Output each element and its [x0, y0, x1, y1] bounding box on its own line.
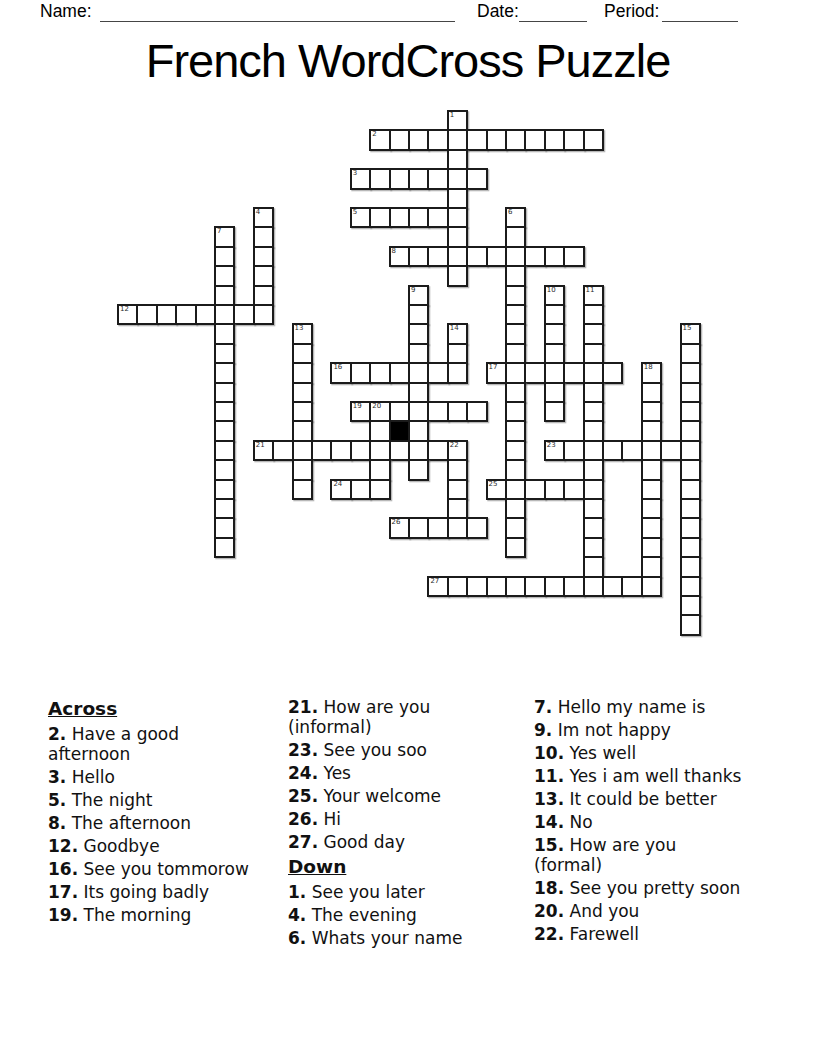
grid-cell[interactable]: [466, 517, 487, 538]
grid-cell[interactable]: [292, 440, 313, 461]
grid-cell[interactable]: [408, 420, 429, 441]
grid-cell[interactable]: [350, 362, 371, 383]
grid-cell[interactable]: [505, 459, 526, 480]
clue-text: The afternoon: [66, 813, 191, 833]
grid-cell[interactable]: [680, 401, 701, 422]
grid-cell[interactable]: [680, 440, 701, 461]
grid-cell[interactable]: [505, 576, 526, 597]
clue-number: 17.: [48, 882, 78, 902]
grid-cell[interactable]: 17: [486, 362, 507, 383]
grid-cell[interactable]: [583, 459, 604, 480]
clue-16: 16. See you tommorow: [48, 860, 262, 880]
grid-cell[interactable]: [214, 537, 235, 558]
clue-number: 13.: [534, 789, 564, 809]
grid-cell[interactable]: [660, 440, 681, 461]
grid-cell[interactable]: [427, 440, 448, 461]
grid-cell[interactable]: [272, 440, 293, 461]
clue-number: 22.: [534, 924, 564, 944]
grid-cell[interactable]: [583, 401, 604, 422]
clue-text: See you later: [306, 882, 424, 902]
grid-cell[interactable]: [350, 479, 371, 500]
clue-column-2: 21. How are you(informal)23. See you soo…: [288, 698, 508, 952]
name-blank-line[interactable]: [100, 21, 455, 22]
clue-text: Yes: [318, 763, 351, 783]
grid-cell[interactable]: [292, 479, 313, 500]
grid-cell[interactable]: [369, 440, 390, 461]
grid-cell[interactable]: [427, 401, 448, 422]
grid-cell[interactable]: [214, 517, 235, 538]
clue-number: 2.: [48, 724, 66, 744]
grid-cell[interactable]: [156, 304, 177, 325]
clue-13: 13. It could be better: [534, 790, 774, 810]
cell-number: 2: [372, 130, 376, 138]
grid-cell[interactable]: [641, 576, 662, 597]
grid-cell[interactable]: [563, 440, 584, 461]
grid-cell[interactable]: [427, 362, 448, 383]
grid-cell[interactable]: [641, 537, 662, 558]
grid-cell[interactable]: [214, 440, 235, 461]
grid-cell[interactable]: [214, 343, 235, 364]
clue-number: 9.: [534, 720, 552, 740]
grid-cell[interactable]: [621, 440, 642, 461]
grid-cell[interactable]: [369, 459, 390, 480]
grid-cell[interactable]: [641, 556, 662, 577]
grid-cell[interactable]: [408, 459, 429, 480]
grid-cell[interactable]: [427, 246, 448, 267]
grid-cell[interactable]: [680, 576, 701, 597]
cell-number: 21: [256, 441, 265, 449]
clue-number: 11.: [534, 766, 564, 786]
clue-24: 24. Yes: [288, 764, 508, 784]
grid-cell[interactable]: [641, 517, 662, 538]
grid-cell[interactable]: [447, 207, 468, 228]
worksheet-page: { "game": "crossword-worksheet (WordCros…: [0, 0, 816, 1056]
clue-number: 25.: [288, 786, 318, 806]
grid-cell[interactable]: [680, 420, 701, 441]
period-label: Period:: [604, 1, 659, 22]
grid-cell[interactable]: [583, 576, 604, 597]
grid-cell[interactable]: [292, 362, 313, 383]
cell-number: 17: [489, 363, 498, 371]
grid-cell[interactable]: [641, 382, 662, 403]
grid-cell[interactable]: [563, 479, 584, 500]
grid-cell[interactable]: [466, 401, 487, 422]
grid-cell[interactable]: [447, 517, 468, 538]
clue-11: 11. Yes i am well thanks: [534, 767, 774, 787]
grid-cell-black: [389, 420, 410, 441]
grid-cell[interactable]: [505, 420, 526, 441]
cell-number: 8: [392, 247, 396, 255]
grid-cell[interactable]: [214, 420, 235, 441]
grid-cell[interactable]: 14: [447, 323, 468, 344]
grid-cell[interactable]: [505, 498, 526, 519]
grid-cell[interactable]: [505, 304, 526, 325]
clue-15: 15. How are you(formal): [534, 836, 774, 875]
grid-cell[interactable]: [447, 343, 468, 364]
clue-column-1: Across2. Have a goodafternoon3. Hello5. …: [48, 698, 262, 929]
grid-cell[interactable]: [602, 576, 623, 597]
grid-cell[interactable]: [350, 440, 371, 461]
grid-cell[interactable]: [311, 440, 332, 461]
clue-6: 6. Whats your name: [288, 929, 508, 949]
cell-number: 23: [547, 441, 556, 449]
grid-cell[interactable]: [544, 304, 565, 325]
grid-cell[interactable]: [408, 362, 429, 383]
grid-cell[interactable]: 13: [292, 323, 313, 344]
grid-cell[interactable]: [544, 246, 565, 267]
grid-cell[interactable]: 18: [641, 362, 662, 383]
grid-cell[interactable]: [253, 265, 274, 286]
cell-number: 15: [683, 324, 692, 332]
clue-text: Its going badly: [78, 882, 209, 902]
clue-text: How are you: [564, 835, 676, 855]
grid-cell[interactable]: [214, 246, 235, 267]
grid-cell[interactable]: [505, 285, 526, 306]
grid-cell[interactable]: 20: [369, 401, 390, 422]
grid-cell[interactable]: [369, 479, 390, 500]
grid-cell[interactable]: [292, 382, 313, 403]
grid-cell[interactable]: 24: [330, 479, 351, 500]
clue-text: See you pretty soon: [564, 878, 740, 898]
grid-cell[interactable]: [253, 304, 274, 325]
clue-number: 16.: [48, 859, 78, 879]
grid-cell[interactable]: [253, 226, 274, 247]
grid-cell[interactable]: [408, 517, 429, 538]
clue-text: The morning: [78, 905, 191, 925]
clue-text: (formal): [534, 855, 602, 875]
date-blank-line[interactable]: [519, 21, 587, 22]
grid-cell[interactable]: 11: [583, 285, 604, 306]
clue-number: 19.: [48, 905, 78, 925]
grid-cell[interactable]: [369, 362, 390, 383]
grid-cell[interactable]: 6: [505, 207, 526, 228]
clue-18: 18. See you pretty soon: [534, 879, 774, 899]
grid-cell[interactable]: [427, 168, 448, 189]
clue-number: 21.: [288, 697, 318, 717]
grid-cell[interactable]: [641, 459, 662, 480]
grid-cell[interactable]: [524, 362, 545, 383]
cell-number: 3: [353, 169, 357, 177]
grid-cell[interactable]: [408, 207, 429, 228]
grid-cell[interactable]: 5: [350, 207, 371, 228]
grid-cell[interactable]: [408, 246, 429, 267]
grid-cell[interactable]: [505, 323, 526, 344]
grid-cell[interactable]: [641, 420, 662, 441]
grid-cell[interactable]: [563, 246, 584, 267]
cell-number: 7: [217, 227, 221, 235]
grid-cell[interactable]: [408, 440, 429, 461]
clue-text: No: [564, 812, 593, 832]
grid-cell[interactable]: [253, 246, 274, 267]
grid-cell[interactable]: [680, 517, 701, 538]
clue-number: 26.: [288, 809, 318, 829]
grid-cell[interactable]: [583, 440, 604, 461]
grid-cell[interactable]: [466, 129, 487, 150]
clue-21: 21. How are you(informal): [288, 698, 508, 737]
grid-cell[interactable]: [524, 246, 545, 267]
clue-text: Goodbye: [78, 836, 159, 856]
grid-cell[interactable]: [253, 285, 274, 306]
grid-cell[interactable]: [447, 246, 468, 267]
clue-text: See you tommorow: [78, 859, 249, 879]
grid-cell[interactable]: 1: [447, 110, 468, 131]
cell-number: 4: [256, 208, 260, 216]
grid-cell[interactable]: [544, 401, 565, 422]
grid-cell[interactable]: [447, 401, 468, 422]
grid-cell[interactable]: [680, 382, 701, 403]
grid-cell[interactable]: [408, 168, 429, 189]
cell-number: 14: [450, 324, 459, 332]
grid-cell[interactable]: [292, 459, 313, 480]
grid-cell[interactable]: [583, 304, 604, 325]
grid-cell[interactable]: [680, 362, 701, 383]
grid-cell[interactable]: [544, 129, 565, 150]
clue-number: 24.: [288, 763, 318, 783]
clue-number: 15.: [534, 835, 564, 855]
clue-8: 8. The afternoon: [48, 814, 262, 834]
clue-text: Yes well: [564, 743, 636, 763]
clue-20: 20. And you: [534, 902, 774, 922]
grid-cell[interactable]: [214, 265, 235, 286]
grid-cell[interactable]: [292, 343, 313, 364]
grid-cell[interactable]: [680, 614, 701, 635]
grid-cell[interactable]: [680, 343, 701, 364]
cell-number: 11: [586, 286, 595, 294]
grid-cell[interactable]: [583, 517, 604, 538]
clue-text: Im not happy: [552, 720, 670, 740]
grid-cell[interactable]: [563, 362, 584, 383]
grid-cell[interactable]: [427, 207, 448, 228]
grid-cell[interactable]: 2: [369, 129, 390, 150]
grid-cell[interactable]: [214, 401, 235, 422]
grid-cell[interactable]: [505, 362, 526, 383]
grid-cell[interactable]: 12: [117, 304, 138, 325]
grid-cell[interactable]: 9: [408, 285, 429, 306]
clue-number: 7.: [534, 697, 552, 717]
clue-number: 10.: [534, 743, 564, 763]
grid-cell[interactable]: 19: [350, 401, 371, 422]
grid-cell[interactable]: [505, 226, 526, 247]
cell-number: 19: [353, 402, 362, 410]
grid-cell[interactable]: [680, 498, 701, 519]
grid-cell[interactable]: 7: [214, 226, 235, 247]
clue-19: 19. The morning: [48, 906, 262, 926]
grid-cell[interactable]: [447, 576, 468, 597]
grid-cell[interactable]: [583, 479, 604, 500]
grid-cell[interactable]: [680, 459, 701, 480]
grid-cell[interactable]: [680, 595, 701, 616]
grid-cell[interactable]: [505, 343, 526, 364]
grid-cell[interactable]: [544, 479, 565, 500]
grid-cell[interactable]: [389, 168, 410, 189]
grid-cell[interactable]: [389, 440, 410, 461]
grid-cell[interactable]: 27: [427, 576, 448, 597]
grid-cell[interactable]: [214, 479, 235, 500]
grid-cell[interactable]: [466, 168, 487, 189]
grid-cell[interactable]: 10: [544, 285, 565, 306]
grid-cell[interactable]: [447, 226, 468, 247]
grid-cell[interactable]: [136, 304, 157, 325]
grid-cell[interactable]: [505, 440, 526, 461]
grid-cell[interactable]: [486, 246, 507, 267]
grid-cell[interactable]: [583, 556, 604, 577]
grid-cell[interactable]: [292, 420, 313, 441]
grid-cell[interactable]: [447, 362, 468, 383]
grid-cell[interactable]: [408, 129, 429, 150]
clue-17: 17. Its going badly: [48, 883, 262, 903]
grid-cell[interactable]: [447, 498, 468, 519]
crossword-grid: 1234567891011121314151617181920212223242…: [117, 110, 701, 638]
grid-cell[interactable]: [544, 323, 565, 344]
grid-cell[interactable]: [389, 207, 410, 228]
grid-cell[interactable]: 4: [253, 207, 274, 228]
grid-cell[interactable]: [680, 479, 701, 500]
grid-cell[interactable]: [583, 343, 604, 364]
clue-column-3: 7. Hello my name is9. Im not happy10. Ye…: [534, 698, 774, 948]
grid-cell[interactable]: 16: [330, 362, 351, 383]
grid-cell[interactable]: [524, 129, 545, 150]
grid-cell[interactable]: [505, 265, 526, 286]
clue-number: 1.: [288, 882, 306, 902]
clue-text: Your welcome: [318, 786, 441, 806]
grid-cell[interactable]: [214, 382, 235, 403]
grid-cell[interactable]: [447, 188, 468, 209]
grid-cell[interactable]: [214, 498, 235, 519]
grid-cell[interactable]: [583, 323, 604, 344]
grid-cell[interactable]: [466, 576, 487, 597]
clue-5: 5. The night: [48, 791, 262, 811]
grid-cell[interactable]: 26: [389, 517, 410, 538]
clue-number: 8.: [48, 813, 66, 833]
grid-cell[interactable]: 15: [680, 323, 701, 344]
grid-cell[interactable]: [447, 129, 468, 150]
grid-cell[interactable]: [369, 420, 390, 441]
grid-cell[interactable]: [486, 129, 507, 150]
grid-cell[interactable]: [389, 401, 410, 422]
grid-cell[interactable]: [214, 362, 235, 383]
grid-cell[interactable]: [583, 362, 604, 383]
grid-cell[interactable]: [621, 576, 642, 597]
grid-cell[interactable]: [214, 304, 235, 325]
grid-cell[interactable]: [602, 362, 623, 383]
grid-cell[interactable]: [524, 576, 545, 597]
period-blank-line[interactable]: [662, 21, 738, 22]
grid-cell[interactable]: [195, 304, 216, 325]
grid-cell[interactable]: [447, 479, 468, 500]
grid-cell[interactable]: [583, 129, 604, 150]
clue-27: 27. Good day: [288, 833, 508, 853]
grid-cell[interactable]: [447, 149, 468, 170]
clues-heading-down: Down: [288, 856, 508, 877]
grid-cell[interactable]: [214, 459, 235, 480]
grid-cell[interactable]: [544, 343, 565, 364]
grid-cell[interactable]: [427, 129, 448, 150]
clue-number: 14.: [534, 812, 564, 832]
grid-cell[interactable]: [563, 576, 584, 597]
grid-cell[interactable]: [544, 382, 565, 403]
clue-text: The night: [66, 790, 152, 810]
grid-cell[interactable]: [641, 401, 662, 422]
clue-10: 10. Yes well: [534, 744, 774, 764]
grid-cell[interactable]: [505, 401, 526, 422]
grid-cell[interactable]: 8: [389, 246, 410, 267]
grid-cell[interactable]: [408, 343, 429, 364]
grid-cell[interactable]: [175, 304, 196, 325]
grid-cell[interactable]: [447, 168, 468, 189]
grid-cell[interactable]: [583, 420, 604, 441]
grid-cell[interactable]: [602, 440, 623, 461]
grid-cell[interactable]: 21: [253, 440, 274, 461]
cell-number: 25: [489, 480, 498, 488]
grid-cell[interactable]: [641, 440, 662, 461]
grid-cell[interactable]: [544, 362, 565, 383]
grid-cell[interactable]: 3: [350, 168, 371, 189]
grid-cell[interactable]: [583, 537, 604, 558]
grid-cell[interactable]: [641, 498, 662, 519]
clue-number: 6.: [288, 928, 306, 948]
grid-cell[interactable]: [505, 517, 526, 538]
grid-cell[interactable]: [563, 129, 584, 150]
clue-26: 26. Hi: [288, 810, 508, 830]
grid-cell[interactable]: [544, 576, 565, 597]
grid-cell[interactable]: [583, 498, 604, 519]
grid-cell[interactable]: [447, 459, 468, 480]
grid-cell[interactable]: [505, 382, 526, 403]
grid-cell[interactable]: [369, 168, 390, 189]
page-title: French WordCross Puzzle: [0, 33, 816, 88]
grid-cell[interactable]: [447, 265, 468, 286]
grid-cell[interactable]: [641, 479, 662, 500]
grid-cell[interactable]: [583, 382, 604, 403]
grid-cell[interactable]: [369, 207, 390, 228]
grid-cell[interactable]: [505, 479, 526, 500]
name-label: Name:: [40, 1, 92, 22]
grid-cell[interactable]: [505, 129, 526, 150]
cell-number: 24: [333, 480, 342, 488]
grid-cell[interactable]: 23: [544, 440, 565, 461]
grid-cell[interactable]: [466, 246, 487, 267]
grid-cell[interactable]: [214, 323, 235, 344]
clue-2: 2. Have a goodafternoon: [48, 725, 262, 764]
cell-number: 22: [450, 441, 459, 449]
grid-cell[interactable]: [408, 304, 429, 325]
grid-cell[interactable]: [389, 362, 410, 383]
grid-cell[interactable]: [524, 479, 545, 500]
grid-cell[interactable]: [233, 304, 254, 325]
cell-number: 20: [372, 402, 381, 410]
grid-cell[interactable]: 22: [447, 440, 468, 461]
grid-cell[interactable]: [330, 440, 351, 461]
grid-cell[interactable]: [408, 401, 429, 422]
grid-cell[interactable]: [214, 285, 235, 306]
grid-cell[interactable]: [292, 401, 313, 422]
grid-cell[interactable]: [427, 517, 448, 538]
grid-cell[interactable]: [505, 246, 526, 267]
grid-cell[interactable]: [408, 382, 429, 403]
grid-cell[interactable]: 25: [486, 479, 507, 500]
clue-text: (informal): [288, 717, 372, 737]
grid-cell[interactable]: [505, 537, 526, 558]
grid-cell[interactable]: [486, 576, 507, 597]
grid-cell[interactable]: [680, 537, 701, 558]
clue-number: 4.: [288, 905, 306, 925]
grid-cell[interactable]: [680, 556, 701, 577]
clue-text: And you: [564, 901, 639, 921]
clue-25: 25. Your welcome: [288, 787, 508, 807]
clue-number: 12.: [48, 836, 78, 856]
grid-cell[interactable]: [408, 323, 429, 344]
grid-cell[interactable]: [389, 129, 410, 150]
